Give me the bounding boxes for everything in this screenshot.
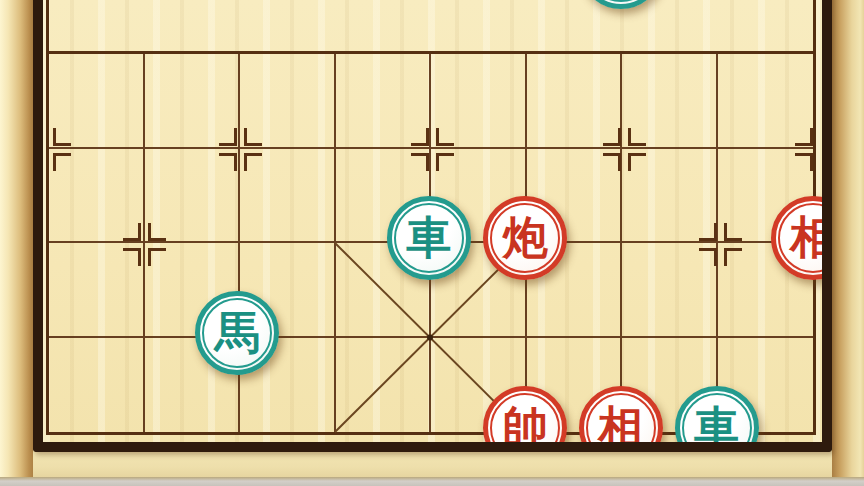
board-edge-line-right bbox=[813, 0, 816, 53]
piece-inner-ring: 車 bbox=[394, 203, 464, 273]
wood-margin-left bbox=[0, 0, 33, 486]
xiangqi-game-screen: 車炮相馬帥相車 bbox=[0, 0, 864, 486]
piece-glyph: 車 bbox=[407, 215, 452, 260]
board-cell[interactable] bbox=[145, 54, 241, 149]
board-edge-line-left bbox=[46, 0, 49, 53]
bottom-strip bbox=[0, 477, 864, 486]
piece-red-cannon[interactable]: 炮 bbox=[483, 196, 567, 280]
board-cell[interactable] bbox=[622, 149, 718, 244]
piece-glyph: 車 bbox=[694, 405, 739, 450]
piece-inner-ring: 炮 bbox=[490, 203, 560, 273]
board-cell[interactable] bbox=[49, 243, 145, 338]
piece-inner-ring: 馬 bbox=[202, 298, 272, 368]
piece-glyph: 相 bbox=[790, 215, 835, 260]
board-cell[interactable] bbox=[49, 54, 145, 149]
wood-margin-bottom bbox=[33, 452, 832, 477]
board-cell[interactable] bbox=[622, 54, 718, 149]
board-cell[interactable] bbox=[240, 54, 336, 149]
piece-black-horse[interactable]: 馬 bbox=[195, 291, 279, 375]
board-cell[interactable] bbox=[240, 149, 336, 244]
board-cell[interactable] bbox=[622, 243, 718, 338]
board-cell[interactable] bbox=[527, 54, 623, 149]
board-cell[interactable] bbox=[718, 54, 814, 149]
piece-black-chariot[interactable]: 車 bbox=[387, 196, 471, 280]
board-cell[interactable] bbox=[49, 338, 145, 433]
board-cell[interactable] bbox=[431, 54, 527, 149]
board-cell[interactable] bbox=[49, 149, 145, 244]
piece-glyph: 帥 bbox=[502, 405, 547, 450]
wood-margin-right bbox=[832, 0, 864, 486]
board-cell[interactable] bbox=[336, 338, 432, 433]
piece-glyph: 馬 bbox=[215, 310, 260, 355]
piece-glyph: 相 bbox=[598, 405, 643, 450]
board-cell[interactable] bbox=[145, 149, 241, 244]
piece-glyph: 炮 bbox=[502, 215, 547, 260]
board-cell[interactable] bbox=[336, 54, 432, 149]
